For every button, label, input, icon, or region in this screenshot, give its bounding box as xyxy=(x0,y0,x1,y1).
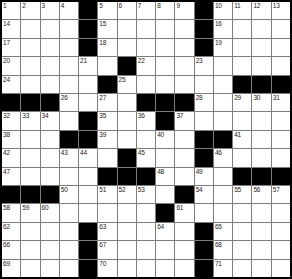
clue-number: 15 xyxy=(99,20,106,27)
cell-r9c14[interactable] xyxy=(252,149,270,166)
clue-number: 59 xyxy=(22,204,29,211)
black-cell-r5c13 xyxy=(233,76,251,93)
clue-number: 10 xyxy=(215,2,222,9)
cell-r2c15[interactable] xyxy=(272,20,290,37)
cell-r12c13[interactable] xyxy=(233,204,251,221)
clue-number: 21 xyxy=(80,57,87,64)
cell-r6c11[interactable]: 28 xyxy=(195,94,213,111)
cell-r12c10[interactable]: 61 xyxy=(175,204,193,221)
cell-r12c3[interactable]: 60 xyxy=(41,204,59,221)
cell-r3c4[interactable] xyxy=(60,39,78,56)
cell-r9c13[interactable] xyxy=(233,149,251,166)
clue-number: 43 xyxy=(61,149,68,156)
cell-r8c3[interactable] xyxy=(41,131,59,148)
cell-r3c15[interactable] xyxy=(272,39,290,56)
cell-r13c12[interactable]: 65 xyxy=(214,223,232,240)
cell-r14c10[interactable] xyxy=(175,241,193,258)
black-cell-r7c9 xyxy=(156,112,174,129)
cell-r15c13[interactable] xyxy=(233,260,251,277)
black-cell-r12c9 xyxy=(156,204,174,221)
clue-number: 62 xyxy=(3,223,10,230)
cell-r3c6[interactable]: 18 xyxy=(98,39,116,56)
cell-r5c8[interactable] xyxy=(137,76,155,93)
black-cell-r7c5 xyxy=(79,112,97,129)
cell-r3c14[interactable] xyxy=(252,39,270,56)
black-cell-r11c10 xyxy=(175,186,193,203)
cell-r12c8[interactable] xyxy=(137,204,155,221)
black-cell-r13c5 xyxy=(79,223,97,240)
cell-r7c10[interactable]: 37 xyxy=(175,112,193,129)
cell-r13c15[interactable] xyxy=(272,223,290,240)
cell-r4c5[interactable]: 21 xyxy=(79,57,97,74)
cell-r5c5[interactable] xyxy=(79,76,97,93)
cell-r8c2[interactable] xyxy=(21,131,39,148)
cell-r13c8[interactable] xyxy=(137,223,155,240)
cell-r2c1[interactable]: 14 xyxy=(2,20,20,37)
black-cell-r4c7 xyxy=(118,57,136,74)
cell-r9c10[interactable] xyxy=(175,149,193,166)
cell-r5c2[interactable] xyxy=(21,76,39,93)
cell-r2c4[interactable] xyxy=(60,20,78,37)
cell-r5c11[interactable] xyxy=(195,76,213,93)
cell-r2c8[interactable] xyxy=(137,20,155,37)
cell-r8c1[interactable]: 38 xyxy=(2,131,20,148)
cell-r10c11[interactable]: 49 xyxy=(195,168,213,185)
cell-r11c6[interactable]: 51 xyxy=(98,186,116,203)
clue-number: 19 xyxy=(215,39,222,46)
cell-r2c2[interactable] xyxy=(21,20,39,37)
clue-number: 11 xyxy=(234,2,240,9)
clue-number: 9 xyxy=(176,2,179,9)
cell-r4c11[interactable]: 23 xyxy=(195,57,213,74)
cell-r14c14[interactable] xyxy=(252,241,270,258)
black-cell-r6c2 xyxy=(21,94,39,111)
cell-r3c7[interactable] xyxy=(118,39,136,56)
cell-r10c12[interactable] xyxy=(214,168,232,185)
cell-r2c7[interactable] xyxy=(118,20,136,37)
cell-r15c14[interactable] xyxy=(252,260,270,277)
cell-r10c10[interactable] xyxy=(175,168,193,185)
black-cell-r6c3 xyxy=(41,94,59,111)
clue-number: 51 xyxy=(99,186,106,193)
clue-number: 56 xyxy=(253,186,260,193)
cell-r9c15[interactable] xyxy=(272,149,290,166)
cell-r11c11[interactable]: 54 xyxy=(195,186,213,203)
clue-number: 70 xyxy=(99,260,106,267)
cell-r5c3[interactable] xyxy=(41,76,59,93)
black-cell-r3c5 xyxy=(79,39,97,56)
cell-r1c2[interactable]: 2 xyxy=(21,2,39,19)
cell-r10c5[interactable] xyxy=(79,168,97,185)
cell-r7c1[interactable]: 32 xyxy=(2,112,20,129)
cell-r11c8[interactable]: 53 xyxy=(137,186,155,203)
clue-number: 57 xyxy=(273,186,280,193)
black-cell-r10c15 xyxy=(272,168,290,185)
black-cell-r8c12 xyxy=(214,131,232,148)
cell-r14c15[interactable] xyxy=(272,241,290,258)
cell-r13c1[interactable]: 62 xyxy=(2,223,20,240)
black-cell-r8c4 xyxy=(60,131,78,148)
clue-number: 26 xyxy=(61,94,68,101)
cell-r2c13[interactable] xyxy=(233,20,251,37)
cell-r6c12[interactable] xyxy=(214,94,232,111)
black-cell-r14c11 xyxy=(195,241,213,258)
cell-r3c1[interactable]: 17 xyxy=(2,39,20,56)
black-cell-r15c11 xyxy=(195,260,213,277)
cell-r9c8[interactable]: 45 xyxy=(137,149,155,166)
cell-r6c7[interactable] xyxy=(118,94,136,111)
cell-r14c9[interactable] xyxy=(156,241,174,258)
clue-number: 5 xyxy=(99,2,102,9)
cell-r4c6[interactable] xyxy=(98,57,116,74)
cell-r1c10[interactable]: 9 xyxy=(175,2,193,19)
cell-r11c5[interactable] xyxy=(79,186,97,203)
black-cell-r10c8 xyxy=(137,168,155,185)
clue-number: 53 xyxy=(138,186,145,193)
cell-r1c9[interactable]: 8 xyxy=(156,2,174,19)
black-cell-r6c10 xyxy=(175,94,193,111)
cell-r9c1[interactable]: 42 xyxy=(2,149,20,166)
clue-number: 31 xyxy=(273,94,280,101)
cell-r12c4[interactable] xyxy=(60,204,78,221)
cell-r8c13[interactable]: 41 xyxy=(233,131,251,148)
clue-number: 36 xyxy=(138,112,145,119)
cell-r15c8[interactable] xyxy=(137,260,155,277)
cell-r4c1[interactable]: 20 xyxy=(2,57,20,74)
black-cell-r10c13 xyxy=(233,168,251,185)
clue-number: 27 xyxy=(99,94,106,101)
cell-r4c14[interactable] xyxy=(252,57,270,74)
clue-number: 61 xyxy=(176,204,183,211)
cell-r3c9[interactable] xyxy=(156,39,174,56)
clue-number: 8 xyxy=(157,2,160,9)
black-cell-r13c11 xyxy=(195,223,213,240)
cell-r15c12[interactable]: 71 xyxy=(214,260,232,277)
cell-r13c13[interactable] xyxy=(233,223,251,240)
clue-number: 18 xyxy=(99,39,106,46)
cell-r11c12[interactable] xyxy=(214,186,232,203)
cell-r10c2[interactable] xyxy=(21,168,39,185)
clue-number: 29 xyxy=(234,94,241,101)
black-cell-r11c1 xyxy=(2,186,20,203)
cell-r12c2[interactable]: 59 xyxy=(21,204,39,221)
clue-number: 63 xyxy=(99,223,106,230)
clue-number: 17 xyxy=(3,39,10,46)
cell-r14c4[interactable] xyxy=(60,241,78,258)
cell-r7c11[interactable] xyxy=(195,112,213,129)
crossword-puzzle: 1234567891011121314151617181920212223242… xyxy=(0,0,292,279)
cell-r9c12[interactable]: 46 xyxy=(214,149,232,166)
cell-r7c15[interactable] xyxy=(272,112,290,129)
black-cell-r6c1 xyxy=(2,94,20,111)
clue-number: 47 xyxy=(3,168,10,175)
clue-number: 39 xyxy=(99,131,106,138)
cell-r9c5[interactable]: 44 xyxy=(79,149,97,166)
clue-number: 37 xyxy=(176,112,183,119)
cell-r5c4[interactable] xyxy=(60,76,78,93)
black-cell-r14c5 xyxy=(79,241,97,258)
cell-r13c9[interactable]: 64 xyxy=(156,223,174,240)
clue-number: 34 xyxy=(42,112,49,119)
cell-r11c15[interactable]: 57 xyxy=(272,186,290,203)
clue-number: 16 xyxy=(215,20,222,27)
clue-number: 2 xyxy=(22,2,25,9)
cell-r11c13[interactable]: 55 xyxy=(233,186,251,203)
cell-r9c6[interactable] xyxy=(98,149,116,166)
black-cell-r6c8 xyxy=(137,94,155,111)
cell-r7c4[interactable] xyxy=(60,112,78,129)
cell-r6c13[interactable]: 29 xyxy=(233,94,251,111)
black-cell-r9c11 xyxy=(195,149,213,166)
black-cell-r1c5 xyxy=(79,2,97,19)
cell-r14c6[interactable]: 67 xyxy=(98,241,116,258)
clue-number: 1 xyxy=(3,2,6,9)
clue-number: 50 xyxy=(61,186,68,193)
clue-number: 65 xyxy=(215,223,222,230)
cell-r4c15[interactable] xyxy=(272,57,290,74)
cell-r12c14[interactable] xyxy=(252,204,270,221)
cell-r1c8[interactable]: 7 xyxy=(137,2,155,19)
cell-r15c2[interactable] xyxy=(21,260,39,277)
cell-r11c14[interactable]: 56 xyxy=(252,186,270,203)
black-cell-r5c6 xyxy=(98,76,116,93)
clue-number: 55 xyxy=(234,186,241,193)
cell-r3c2[interactable] xyxy=(21,39,39,56)
cell-r9c9[interactable] xyxy=(156,149,174,166)
cell-r13c7[interactable] xyxy=(118,223,136,240)
cell-r13c4[interactable] xyxy=(60,223,78,240)
clue-number: 58 xyxy=(3,204,10,211)
cell-r10c3[interactable] xyxy=(41,168,59,185)
clue-number: 30 xyxy=(253,94,260,101)
black-cell-r11c2 xyxy=(21,186,39,203)
cell-r1c4[interactable]: 4 xyxy=(60,2,78,19)
cell-r12c11[interactable] xyxy=(195,204,213,221)
clue-number: 33 xyxy=(22,112,29,119)
cell-r7c13[interactable] xyxy=(233,112,251,129)
clue-number: 42 xyxy=(3,149,10,156)
clue-number: 14 xyxy=(3,20,10,27)
cell-r11c4[interactable]: 50 xyxy=(60,186,78,203)
cell-r11c7[interactable]: 52 xyxy=(118,186,136,203)
black-cell-r5c14 xyxy=(252,76,270,93)
clue-number: 48 xyxy=(157,168,164,175)
cell-r4c13[interactable] xyxy=(233,57,251,74)
cell-r1c6[interactable]: 5 xyxy=(98,2,116,19)
cell-r15c9[interactable] xyxy=(156,260,174,277)
black-cell-r15c5 xyxy=(79,260,97,277)
cell-r13c6[interactable]: 63 xyxy=(98,223,116,240)
clue-number: 13 xyxy=(273,2,280,9)
black-cell-r11c3 xyxy=(41,186,59,203)
cell-r1c15[interactable]: 13 xyxy=(272,2,290,19)
cell-r15c7[interactable] xyxy=(118,260,136,277)
cell-r10c1[interactable]: 47 xyxy=(2,168,20,185)
clue-number: 69 xyxy=(3,260,10,267)
clue-number: 46 xyxy=(215,149,222,156)
cell-r15c15[interactable] xyxy=(272,260,290,277)
clue-number: 54 xyxy=(196,186,203,193)
cell-r8c6[interactable]: 39 xyxy=(98,131,116,148)
cell-r4c3[interactable] xyxy=(41,57,59,74)
clue-number: 20 xyxy=(3,57,10,64)
cell-r2c14[interactable] xyxy=(252,20,270,37)
clue-number: 52 xyxy=(119,186,126,193)
clue-number: 35 xyxy=(99,112,106,119)
black-cell-r6c9 xyxy=(156,94,174,111)
cell-r3c8[interactable] xyxy=(137,39,155,56)
cell-r1c13[interactable]: 11 xyxy=(233,2,251,19)
clue-number: 23 xyxy=(196,57,203,64)
cell-r5c1[interactable]: 24 xyxy=(2,76,20,93)
cell-r2c6[interactable]: 15 xyxy=(98,20,116,37)
cell-r12c6[interactable] xyxy=(98,204,116,221)
cell-r14c13[interactable] xyxy=(233,241,251,258)
cell-r13c2[interactable] xyxy=(21,223,39,240)
black-cell-r10c14 xyxy=(252,168,270,185)
black-cell-r2c11 xyxy=(195,20,213,37)
black-cell-r8c5 xyxy=(79,131,97,148)
cell-r4c12[interactable] xyxy=(214,57,232,74)
black-cell-r8c11 xyxy=(195,131,213,148)
cell-r6c4[interactable]: 26 xyxy=(60,94,78,111)
cell-r3c3[interactable] xyxy=(41,39,59,56)
cell-r5c12[interactable] xyxy=(214,76,232,93)
cell-r12c7[interactable] xyxy=(118,204,136,221)
cell-r15c6[interactable]: 70 xyxy=(98,260,116,277)
cell-r5c10[interactable] xyxy=(175,76,193,93)
cell-r7c3[interactable]: 34 xyxy=(41,112,59,129)
cell-r12c15[interactable] xyxy=(272,204,290,221)
cell-r2c10[interactable] xyxy=(175,20,193,37)
cell-r15c10[interactable] xyxy=(175,260,193,277)
cell-r6c14[interactable]: 30 xyxy=(252,94,270,111)
clue-number: 24 xyxy=(3,76,10,83)
clue-number: 28 xyxy=(196,94,203,101)
clue-number: 68 xyxy=(215,241,222,248)
black-cell-r3c11 xyxy=(195,39,213,56)
cell-r12c1[interactable]: 58 xyxy=(2,204,20,221)
cell-r12c5[interactable] xyxy=(79,204,97,221)
cell-r12c12[interactable] xyxy=(214,204,232,221)
cell-r8c8[interactable] xyxy=(137,131,155,148)
cell-r4c4[interactable] xyxy=(60,57,78,74)
clue-number: 3 xyxy=(42,2,45,9)
clue-number: 64 xyxy=(157,223,164,230)
clue-number: 45 xyxy=(138,149,145,156)
cell-r14c1[interactable]: 66 xyxy=(2,241,20,258)
cell-r5c9[interactable] xyxy=(156,76,174,93)
cell-r9c2[interactable] xyxy=(21,149,39,166)
cell-r2c3[interactable] xyxy=(41,20,59,37)
cell-r5c7[interactable]: 25 xyxy=(118,76,136,93)
cell-r11c9[interactable] xyxy=(156,186,174,203)
cell-r8c7[interactable] xyxy=(118,131,136,148)
clue-number: 71 xyxy=(215,260,222,267)
cell-r7c2[interactable]: 33 xyxy=(21,112,39,129)
cell-r1c1[interactable]: 1 xyxy=(2,2,20,19)
cell-r8c14[interactable] xyxy=(252,131,270,148)
cell-r13c14[interactable] xyxy=(252,223,270,240)
cell-r14c3[interactable] xyxy=(41,241,59,258)
black-cell-r10c7 xyxy=(118,168,136,185)
cell-r14c2[interactable] xyxy=(21,241,39,258)
clue-number: 60 xyxy=(42,204,49,211)
cell-r15c1[interactable]: 69 xyxy=(2,260,20,277)
clue-number: 40 xyxy=(157,131,164,138)
cell-r3c12[interactable]: 19 xyxy=(214,39,232,56)
clue-number: 41 xyxy=(234,131,241,138)
cell-r4c8[interactable]: 22 xyxy=(137,57,155,74)
black-cell-r2c5 xyxy=(79,20,97,37)
cell-r14c7[interactable] xyxy=(118,241,136,258)
cell-r1c7[interactable]: 6 xyxy=(118,2,136,19)
cell-r10c4[interactable] xyxy=(60,168,78,185)
clue-number: 44 xyxy=(80,149,87,156)
cell-r13c3[interactable] xyxy=(41,223,59,240)
black-cell-r5c15 xyxy=(272,76,290,93)
cell-r8c15[interactable] xyxy=(272,131,290,148)
cell-r2c12[interactable]: 16 xyxy=(214,20,232,37)
clue-number: 67 xyxy=(99,241,106,248)
cell-r4c10[interactable] xyxy=(175,57,193,74)
clue-number: 6 xyxy=(119,2,122,9)
cell-r14c8[interactable] xyxy=(137,241,155,258)
clue-number: 25 xyxy=(119,76,126,83)
clue-number: 32 xyxy=(3,112,10,119)
black-cell-r1c11 xyxy=(195,2,213,19)
clue-number: 22 xyxy=(138,57,145,64)
cell-r6c15[interactable]: 31 xyxy=(272,94,290,111)
clue-number: 12 xyxy=(253,2,260,9)
cell-r7c6[interactable]: 35 xyxy=(98,112,116,129)
cell-r8c10[interactable] xyxy=(175,131,193,148)
cell-r6c5[interactable] xyxy=(79,94,97,111)
cell-r7c8[interactable]: 36 xyxy=(137,112,155,129)
cell-r15c4[interactable] xyxy=(60,260,78,277)
cell-r3c10[interactable] xyxy=(175,39,193,56)
black-cell-r10c6 xyxy=(98,168,116,185)
cell-r15c3[interactable] xyxy=(41,260,59,277)
cell-r7c14[interactable] xyxy=(252,112,270,129)
clue-number: 66 xyxy=(3,241,10,248)
cell-r8c9[interactable]: 40 xyxy=(156,131,174,148)
cell-r9c3[interactable] xyxy=(41,149,59,166)
cell-r9c4[interactable]: 43 xyxy=(60,149,78,166)
clue-number: 38 xyxy=(3,131,10,138)
cell-r2c9[interactable] xyxy=(156,20,174,37)
cell-r1c14[interactable]: 12 xyxy=(252,2,270,19)
cell-r4c9[interactable] xyxy=(156,57,174,74)
clue-number: 4 xyxy=(61,2,64,9)
black-cell-r9c7 xyxy=(118,149,136,166)
clue-number: 49 xyxy=(196,168,203,175)
cell-r4c2[interactable] xyxy=(21,57,39,74)
cell-r7c7[interactable] xyxy=(118,112,136,129)
crossword-grid: 1234567891011121314151617181920212223242… xyxy=(0,0,292,279)
cell-r14c12[interactable]: 68 xyxy=(214,241,232,258)
cell-r10c9[interactable]: 48 xyxy=(156,168,174,185)
cell-r7c12[interactable] xyxy=(214,112,232,129)
cell-r3c13[interactable] xyxy=(233,39,251,56)
cell-r13c10[interactable] xyxy=(175,223,193,240)
clue-number: 7 xyxy=(138,2,141,9)
cell-r6c6[interactable]: 27 xyxy=(98,94,116,111)
cell-r1c12[interactable]: 10 xyxy=(214,2,232,19)
cell-r1c3[interactable]: 3 xyxy=(41,2,59,19)
